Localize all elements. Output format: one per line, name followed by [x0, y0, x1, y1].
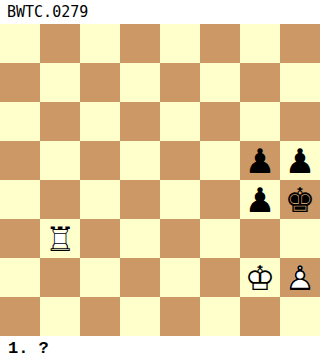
square-d4[interactable]	[120, 180, 160, 219]
black-king-glyph: ♚	[280, 180, 320, 219]
piece-black-king: ♚	[280, 180, 320, 219]
piece-black-pawn: ♟	[240, 141, 280, 180]
square-b5[interactable]	[40, 141, 80, 180]
square-d1[interactable]	[120, 297, 160, 336]
square-a1[interactable]	[0, 297, 40, 336]
square-e5[interactable]	[160, 141, 200, 180]
square-b1[interactable]	[40, 297, 80, 336]
square-a3[interactable]	[0, 219, 40, 258]
square-f2[interactable]	[200, 258, 240, 297]
square-g2[interactable]: ♚♔	[240, 258, 280, 297]
square-f8[interactable]	[200, 24, 240, 63]
piece-white-king: ♚♔	[240, 258, 280, 297]
square-f6[interactable]	[200, 102, 240, 141]
square-f7[interactable]	[200, 63, 240, 102]
square-b3[interactable]: ♜♖	[40, 219, 80, 258]
square-f4[interactable]	[200, 180, 240, 219]
white-rook-outline-glyph: ♖	[40, 219, 80, 258]
square-h4[interactable]: ♚	[280, 180, 320, 219]
white-pawn-outline-glyph: ♙	[280, 258, 320, 297]
square-g5[interactable]: ♟	[240, 141, 280, 180]
square-h2[interactable]: ♟♙	[280, 258, 320, 297]
square-g6[interactable]	[240, 102, 280, 141]
square-h5[interactable]: ♟	[280, 141, 320, 180]
square-d3[interactable]	[120, 219, 160, 258]
square-h7[interactable]	[280, 63, 320, 102]
square-h8[interactable]	[280, 24, 320, 63]
square-d7[interactable]	[120, 63, 160, 102]
square-h3[interactable]	[280, 219, 320, 258]
black-pawn-glyph: ♟	[240, 180, 280, 219]
square-c2[interactable]	[80, 258, 120, 297]
square-h6[interactable]	[280, 102, 320, 141]
square-b2[interactable]	[40, 258, 80, 297]
square-c8[interactable]	[80, 24, 120, 63]
piece-white-pawn: ♟♙	[280, 258, 320, 297]
piece-black-pawn: ♟	[240, 180, 280, 219]
square-e7[interactable]	[160, 63, 200, 102]
square-g7[interactable]	[240, 63, 280, 102]
square-a8[interactable]	[0, 24, 40, 63]
square-e1[interactable]	[160, 297, 200, 336]
square-g1[interactable]	[240, 297, 280, 336]
square-f5[interactable]	[200, 141, 240, 180]
square-a5[interactable]	[0, 141, 40, 180]
square-b8[interactable]	[40, 24, 80, 63]
move-prompt: 1. ?	[0, 336, 320, 360]
square-d5[interactable]	[120, 141, 160, 180]
square-c1[interactable]	[80, 297, 120, 336]
black-pawn-glyph: ♟	[280, 141, 320, 180]
square-a6[interactable]	[0, 102, 40, 141]
square-g3[interactable]	[240, 219, 280, 258]
square-e6[interactable]	[160, 102, 200, 141]
black-pawn-glyph: ♟	[240, 141, 280, 180]
square-d8[interactable]	[120, 24, 160, 63]
square-e2[interactable]	[160, 258, 200, 297]
square-f1[interactable]	[200, 297, 240, 336]
chess-board: ♟♟♟♚♜♖♚♔♟♙	[0, 24, 320, 336]
square-c4[interactable]	[80, 180, 120, 219]
square-c7[interactable]	[80, 63, 120, 102]
square-e4[interactable]	[160, 180, 200, 219]
square-c3[interactable]	[80, 219, 120, 258]
square-a7[interactable]	[0, 63, 40, 102]
square-c6[interactable]	[80, 102, 120, 141]
square-g8[interactable]	[240, 24, 280, 63]
square-b6[interactable]	[40, 102, 80, 141]
white-king-outline-glyph: ♔	[240, 258, 280, 297]
square-d6[interactable]	[120, 102, 160, 141]
square-e3[interactable]	[160, 219, 200, 258]
square-a2[interactable]	[0, 258, 40, 297]
square-g4[interactable]: ♟	[240, 180, 280, 219]
square-a4[interactable]	[0, 180, 40, 219]
square-c5[interactable]	[80, 141, 120, 180]
square-e8[interactable]	[160, 24, 200, 63]
square-f3[interactable]	[200, 219, 240, 258]
diagram-title: BWTC.0279	[0, 0, 320, 24]
square-b4[interactable]	[40, 180, 80, 219]
piece-black-pawn: ♟	[280, 141, 320, 180]
square-d2[interactable]	[120, 258, 160, 297]
square-h1[interactable]	[280, 297, 320, 336]
square-b7[interactable]	[40, 63, 80, 102]
piece-white-rook: ♜♖	[40, 219, 80, 258]
